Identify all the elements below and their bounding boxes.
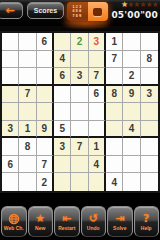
skip-forward-icon: ⇥ (115, 212, 124, 225)
cell-r9c7[interactable]: 4 (106, 173, 123, 191)
cell-r4c4[interactable] (54, 86, 71, 104)
cell-r2c2[interactable] (19, 51, 36, 69)
cell-r4c6[interactable]: 6 (89, 86, 106, 104)
new-label: New (35, 225, 45, 231)
bottom-toolbar: Web Ch.★New⇤Restart↺Undo⇥Solve?Help (0, 206, 160, 237)
cell-r7c5[interactable]: 7 (71, 138, 88, 156)
cell-r8c4[interactable] (54, 156, 71, 174)
cell-r7c9[interactable] (141, 138, 158, 156)
cell-r6c1[interactable]: 3 (2, 121, 19, 139)
restart-label: Restart (58, 225, 75, 231)
cell-r8c8[interactable] (123, 156, 140, 174)
cell-r7c3[interactable] (37, 138, 54, 156)
cell-r3c2[interactable] (19, 68, 36, 86)
cell-r3c3[interactable] (37, 68, 54, 86)
scores-button[interactable]: Scores (27, 2, 64, 19)
back-button[interactable]: ← (0, 2, 23, 19)
cell-r1c5[interactable]: 2 (71, 33, 88, 51)
cell-r2c8[interactable] (123, 51, 140, 69)
cell-r1c6[interactable]: 3 (89, 33, 106, 51)
cell-r1c4[interactable] (54, 33, 71, 51)
cell-r2c6[interactable] (89, 51, 106, 69)
solve-label: Solve (113, 225, 126, 231)
cell-r8c2[interactable] (19, 156, 36, 174)
cell-r2c7[interactable]: 7 (106, 51, 123, 69)
skip-back-icon: ⇤ (62, 212, 71, 225)
cell-r6c3[interactable]: 9 (37, 121, 54, 139)
cell-r4c3[interactable] (37, 86, 54, 104)
cell-r4c7[interactable]: 8 (106, 86, 123, 104)
cell-r1c9[interactable] (141, 33, 158, 51)
cell-r9c5[interactable] (71, 173, 88, 191)
cell-r6c2[interactable]: 1 (19, 121, 36, 139)
cell-r1c2[interactable] (19, 33, 36, 51)
help-button[interactable]: ?Help (134, 206, 160, 237)
cell-r3c7[interactable] (106, 68, 123, 86)
cell-r8c5[interactable] (71, 156, 88, 174)
app-screen: ← Scores 123456789 ★★★★★★ 05'00"00 62314… (0, 0, 160, 240)
top-bar: ← Scores 123456789 ★★★★★★ 05'00"00 (0, 0, 160, 26)
cell-r8c1[interactable]: 6 (2, 156, 19, 174)
cell-r5c6[interactable] (89, 103, 106, 121)
cell-r7c4[interactable]: 3 (54, 138, 71, 156)
cell-r2c4[interactable]: 4 (54, 51, 71, 69)
cell-r1c1[interactable] (2, 33, 19, 51)
cell-r5c5[interactable] (71, 103, 88, 121)
globe-icon (8, 212, 20, 225)
cell-r6c5[interactable] (71, 121, 88, 139)
sudoku-board: 623147863727689331954837167424 (0, 31, 160, 193)
cell-r2c3[interactable] (37, 51, 54, 69)
new-button[interactable]: ★New (28, 206, 54, 237)
cell-r6c4[interactable]: 5 (54, 121, 71, 139)
web-check-button[interactable]: Web Ch. (1, 206, 27, 237)
help-label: Help (141, 225, 152, 231)
cell-r9c3[interactable]: 2 (37, 173, 54, 191)
cell-r3c4[interactable]: 6 (54, 68, 71, 86)
cell-r9c4[interactable] (54, 173, 71, 191)
cell-r8c7[interactable] (106, 156, 123, 174)
status-area: ★★★★★★ 05'00"00 (111, 1, 158, 20)
cell-r6c6[interactable] (89, 121, 106, 139)
toggle-glow (60, 18, 112, 30)
cell-r6c8[interactable]: 4 (123, 121, 140, 139)
cell-r5c1[interactable] (2, 103, 19, 121)
star-icon: ★ (152, 0, 158, 9)
cell-r7c1[interactable] (2, 138, 19, 156)
cell-r4c9[interactable]: 3 (141, 86, 158, 104)
cell-r3c8[interactable]: 2 (123, 68, 140, 86)
cell-r4c8[interactable]: 9 (123, 86, 140, 104)
cell-r5c4[interactable] (54, 103, 71, 121)
cell-r1c3[interactable]: 6 (37, 33, 54, 51)
cell-r8c3[interactable]: 7 (37, 156, 54, 174)
back-arrow-icon: ← (5, 5, 14, 16)
cell-r2c1[interactable] (2, 51, 19, 69)
cell-r6c7[interactable] (106, 121, 123, 139)
web-check-label: Web Ch. (4, 225, 24, 231)
cell-r7c8[interactable] (123, 138, 140, 156)
cell-r3c5[interactable]: 3 (71, 68, 88, 86)
cell-r6c9[interactable] (141, 121, 158, 139)
timer: 05'00"00 (111, 10, 158, 20)
undo-button[interactable]: ↺Undo (81, 206, 107, 237)
cell-r5c9[interactable] (141, 103, 158, 121)
cell-r3c6[interactable]: 7 (89, 68, 106, 86)
cell-r5c2[interactable] (19, 103, 36, 121)
difficulty-stars: ★★★★★★ (111, 1, 158, 9)
undo-icon: ↺ (89, 212, 98, 225)
cell-r7c7[interactable] (106, 138, 123, 156)
cell-r5c7[interactable] (106, 103, 123, 121)
star-icon: ★ (35, 212, 45, 225)
solve-button[interactable]: ⇥Solve (107, 206, 133, 237)
cell-r4c1[interactable] (2, 86, 19, 104)
cell-r3c1[interactable] (2, 68, 19, 86)
cell-r9c9[interactable] (141, 173, 158, 191)
cell-r7c6[interactable]: 1 (89, 138, 106, 156)
cell-r9c1[interactable] (2, 173, 19, 191)
cell-r9c8[interactable] (123, 173, 140, 191)
cell-r3c9[interactable] (141, 68, 158, 86)
cell-r8c9[interactable] (141, 156, 158, 174)
undo-label: Undo (87, 225, 100, 231)
cell-r4c5[interactable] (71, 86, 88, 104)
cell-r1c8[interactable] (123, 33, 140, 51)
cell-r1c7[interactable]: 1 (106, 33, 123, 51)
cell-r9c2[interactable] (19, 173, 36, 191)
cell-r9c6[interactable] (89, 173, 106, 191)
cell-r2c5[interactable] (71, 51, 88, 69)
cell-r4c2[interactable]: 7 (19, 86, 36, 104)
restart-button[interactable]: ⇤Restart (54, 206, 80, 237)
cell-r2c9[interactable]: 8 (141, 51, 158, 69)
cell-r5c3[interactable] (37, 103, 54, 121)
big-number-icon (93, 8, 102, 16)
cell-r7c2[interactable]: 8 (19, 138, 36, 156)
question-icon: ? (143, 212, 149, 225)
cell-r5c8[interactable] (123, 103, 140, 121)
cell-r8c6[interactable]: 4 (89, 156, 106, 174)
